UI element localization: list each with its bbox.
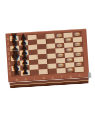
rank-label: 2: [8, 67, 11, 71]
chessboard-scene: ♜♟⛂⛂♞♟⛂♝♟⛂⛂♛♟⛂♚♟⛂⛂♝♟⛂♞♟⛂⛂♜♟⛂ abcdefgh 87…: [5, 29, 89, 89]
product-photo: ♜♟⛂⛂♞♟⛂♝♟⛂⛂♛♟⛂♚♟⛂⛂♝♟⛂♞♟⛂⛂♜♟⛂ abcdefgh 87…: [0, 0, 95, 126]
board-frame: ♜♟⛂⛂♞♟⛂♝♟⛂⛂♛♟⛂♚♟⛂⛂♝♟⛂♞♟⛂⛂♜♟⛂ abcdefgh 87…: [5, 29, 89, 83]
file-label: a: [13, 77, 20, 81]
rank-label: 1: [8, 72, 11, 76]
file-label: g: [67, 73, 74, 77]
rank-label: 3: [8, 62, 11, 66]
rank-label: 8: [6, 37, 9, 41]
rank-label: 5: [7, 52, 10, 56]
file-label: e: [49, 75, 56, 79]
rank-label: 6: [7, 47, 10, 51]
file-label: c: [31, 76, 38, 80]
rank-label: 7: [6, 42, 9, 46]
rank-label: 4: [7, 57, 10, 61]
file-label: d: [40, 75, 47, 79]
file-label: f: [58, 74, 65, 78]
file-label: h: [76, 73, 83, 77]
metal-clasp-icon: [88, 72, 91, 77]
file-label: b: [22, 76, 29, 80]
